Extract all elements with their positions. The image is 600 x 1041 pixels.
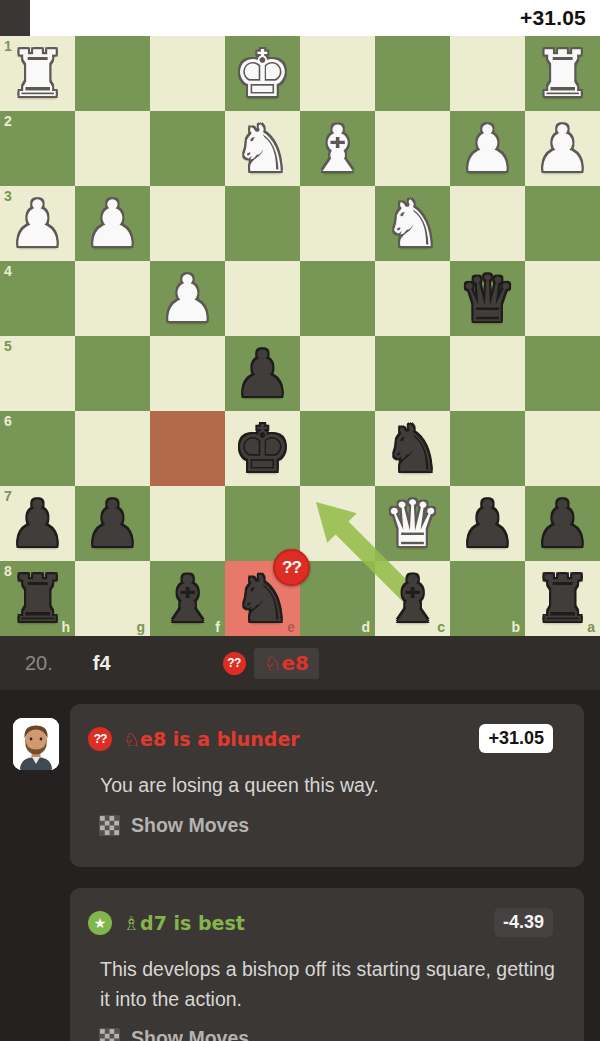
square-d4[interactable] — [300, 261, 375, 336]
square-f6[interactable] — [150, 411, 225, 486]
best-move-star-icon: ★ — [88, 911, 112, 935]
black-bishop-f8[interactable]: ♝ — [150, 561, 225, 636]
file-label-b: b — [511, 619, 520, 635]
file-label-d: d — [361, 619, 370, 635]
rank-label-5: 5 — [4, 338, 12, 354]
show-moves-button-1[interactable]: Show Moves — [70, 801, 584, 837]
evaluation-score: +31.05 — [520, 6, 586, 30]
app-screen: +31.05 12345678hgfedcba ♜♚♜♟♟♝♞♞♟♟♟♛♟♞♚♟… — [0, 0, 600, 1041]
white-pawn-f4[interactable]: ♟ — [150, 261, 225, 336]
square-a6[interactable] — [525, 411, 600, 486]
best-move-card: ★ ♗d7 is best -4.39 This develops a bish… — [70, 888, 584, 1041]
black-queen-b4[interactable]: ♛ — [450, 261, 525, 336]
mini-board-icon — [99, 1028, 120, 1041]
square-a5[interactable] — [525, 336, 600, 411]
square-f5[interactable] — [150, 336, 225, 411]
square-a3[interactable] — [525, 186, 600, 261]
square-d3[interactable] — [300, 186, 375, 261]
square-g8[interactable]: g — [75, 561, 150, 636]
white-pawn-h3[interactable]: ♟ — [0, 186, 75, 261]
top-bar: +31.05 — [0, 0, 600, 36]
chess-board[interactable]: 12345678hgfedcba ♜♚♜♟♟♝♞♞♟♟♟♛♟♞♚♟♟♛♟♟♜♝♞… — [0, 36, 600, 636]
rank-label-6: 6 — [4, 413, 12, 429]
show-moves-label: Show Moves — [131, 814, 249, 837]
square-f1[interactable] — [150, 36, 225, 111]
square-b1[interactable] — [450, 36, 525, 111]
black-pawn-g7[interactable]: ♟ — [75, 486, 150, 561]
rank-label-4: 4 — [4, 263, 12, 279]
square-d8[interactable]: d — [300, 561, 375, 636]
white-rook-h1[interactable]: ♜ — [0, 36, 75, 111]
white-pawn-g3[interactable]: ♟ — [75, 186, 150, 261]
black-knight-c6[interactable]: ♞ — [375, 411, 450, 486]
square-d1[interactable] — [300, 36, 375, 111]
square-h5[interactable]: 5 — [0, 336, 75, 411]
analysis-panel: ?? ♘e8 is a blunder +31.05 You are losin… — [0, 704, 600, 1041]
blunder-explanation: You are losing a queen this way. — [70, 753, 584, 801]
blunder-badge-icon: ?? — [273, 549, 310, 586]
show-moves-label: Show Moves — [131, 1027, 249, 1041]
best-move-explanation: This develops a bishop off its starting … — [70, 937, 584, 1014]
blunder-eval-badge: +31.05 — [479, 724, 553, 753]
avatar-image — [13, 718, 59, 770]
rank-label-2: 2 — [4, 113, 12, 129]
corner-block — [0, 0, 30, 36]
square-f7[interactable] — [150, 486, 225, 561]
white-pawn-b2[interactable]: ♟ — [450, 111, 525, 186]
square-b6[interactable] — [450, 411, 525, 486]
move-bar: 20. f4 ?? ♘e8 — [0, 636, 600, 690]
white-rook-a1[interactable]: ♜ — [525, 36, 600, 111]
coach-avatar[interactable] — [13, 718, 59, 770]
square-g1[interactable] — [75, 36, 150, 111]
square-h2[interactable]: 2 — [0, 111, 75, 186]
square-a4[interactable] — [525, 261, 600, 336]
white-king-e1[interactable]: ♚ — [225, 36, 300, 111]
square-h6[interactable]: 6 — [0, 411, 75, 486]
square-f2[interactable] — [150, 111, 225, 186]
square-c5[interactable] — [375, 336, 450, 411]
white-bishop-d2[interactable]: ♝ — [300, 111, 375, 186]
square-b8[interactable]: b — [450, 561, 525, 636]
black-rook-h8[interactable]: ♜ — [0, 561, 75, 636]
blunder-card-header: ?? ♘e8 is a blunder +31.05 — [70, 704, 584, 753]
square-g4[interactable] — [75, 261, 150, 336]
file-label-g: g — [136, 619, 145, 635]
square-d5[interactable] — [300, 336, 375, 411]
black-pawn-b7[interactable]: ♟ — [450, 486, 525, 561]
white-knight-c3[interactable]: ♞ — [375, 186, 450, 261]
square-e3[interactable] — [225, 186, 300, 261]
square-h4[interactable]: 4 — [0, 261, 75, 336]
black-king-e6[interactable]: ♚ — [225, 411, 300, 486]
square-c2[interactable] — [375, 111, 450, 186]
square-g6[interactable] — [75, 411, 150, 486]
square-d7[interactable] — [300, 486, 375, 561]
black-bishop-c8[interactable]: ♝ — [375, 561, 450, 636]
best-move-eval-badge: -4.39 — [494, 908, 553, 937]
square-b5[interactable] — [450, 336, 525, 411]
white-knight-e2[interactable]: ♞ — [225, 111, 300, 186]
black-pawn-h7[interactable]: ♟ — [0, 486, 75, 561]
square-c1[interactable] — [375, 36, 450, 111]
square-g5[interactable] — [75, 336, 150, 411]
square-g2[interactable] — [75, 111, 150, 186]
white-move[interactable]: f4 — [93, 652, 111, 675]
square-c4[interactable] — [375, 261, 450, 336]
square-d6[interactable] — [300, 411, 375, 486]
white-queen-c7[interactable]: ♛ — [375, 486, 450, 561]
black-move-selected[interactable]: ♘e8 — [254, 648, 319, 679]
blunder-card: ?? ♘e8 is a blunder +31.05 You are losin… — [70, 704, 584, 867]
mini-board-icon — [99, 815, 120, 836]
move-number: 20. — [25, 652, 53, 675]
best-move-title: ♗d7 is best — [123, 912, 245, 934]
blunder-icon: ?? — [88, 727, 112, 751]
blunder-badge-small-icon: ?? — [223, 652, 246, 675]
square-b3[interactable] — [450, 186, 525, 261]
best-move-card-header: ★ ♗d7 is best -4.39 — [70, 888, 584, 937]
square-e4[interactable] — [225, 261, 300, 336]
square-f3[interactable] — [150, 186, 225, 261]
blunder-title: ♘e8 is a blunder — [123, 728, 300, 750]
black-pawn-e5[interactable]: ♟ — [225, 336, 300, 411]
black-pawn-a7[interactable]: ♟ — [525, 486, 600, 561]
black-rook-a8[interactable]: ♜ — [525, 561, 600, 636]
white-pawn-a2[interactable]: ♟ — [525, 111, 600, 186]
show-moves-button-2[interactable]: Show Moves — [70, 1014, 584, 1041]
